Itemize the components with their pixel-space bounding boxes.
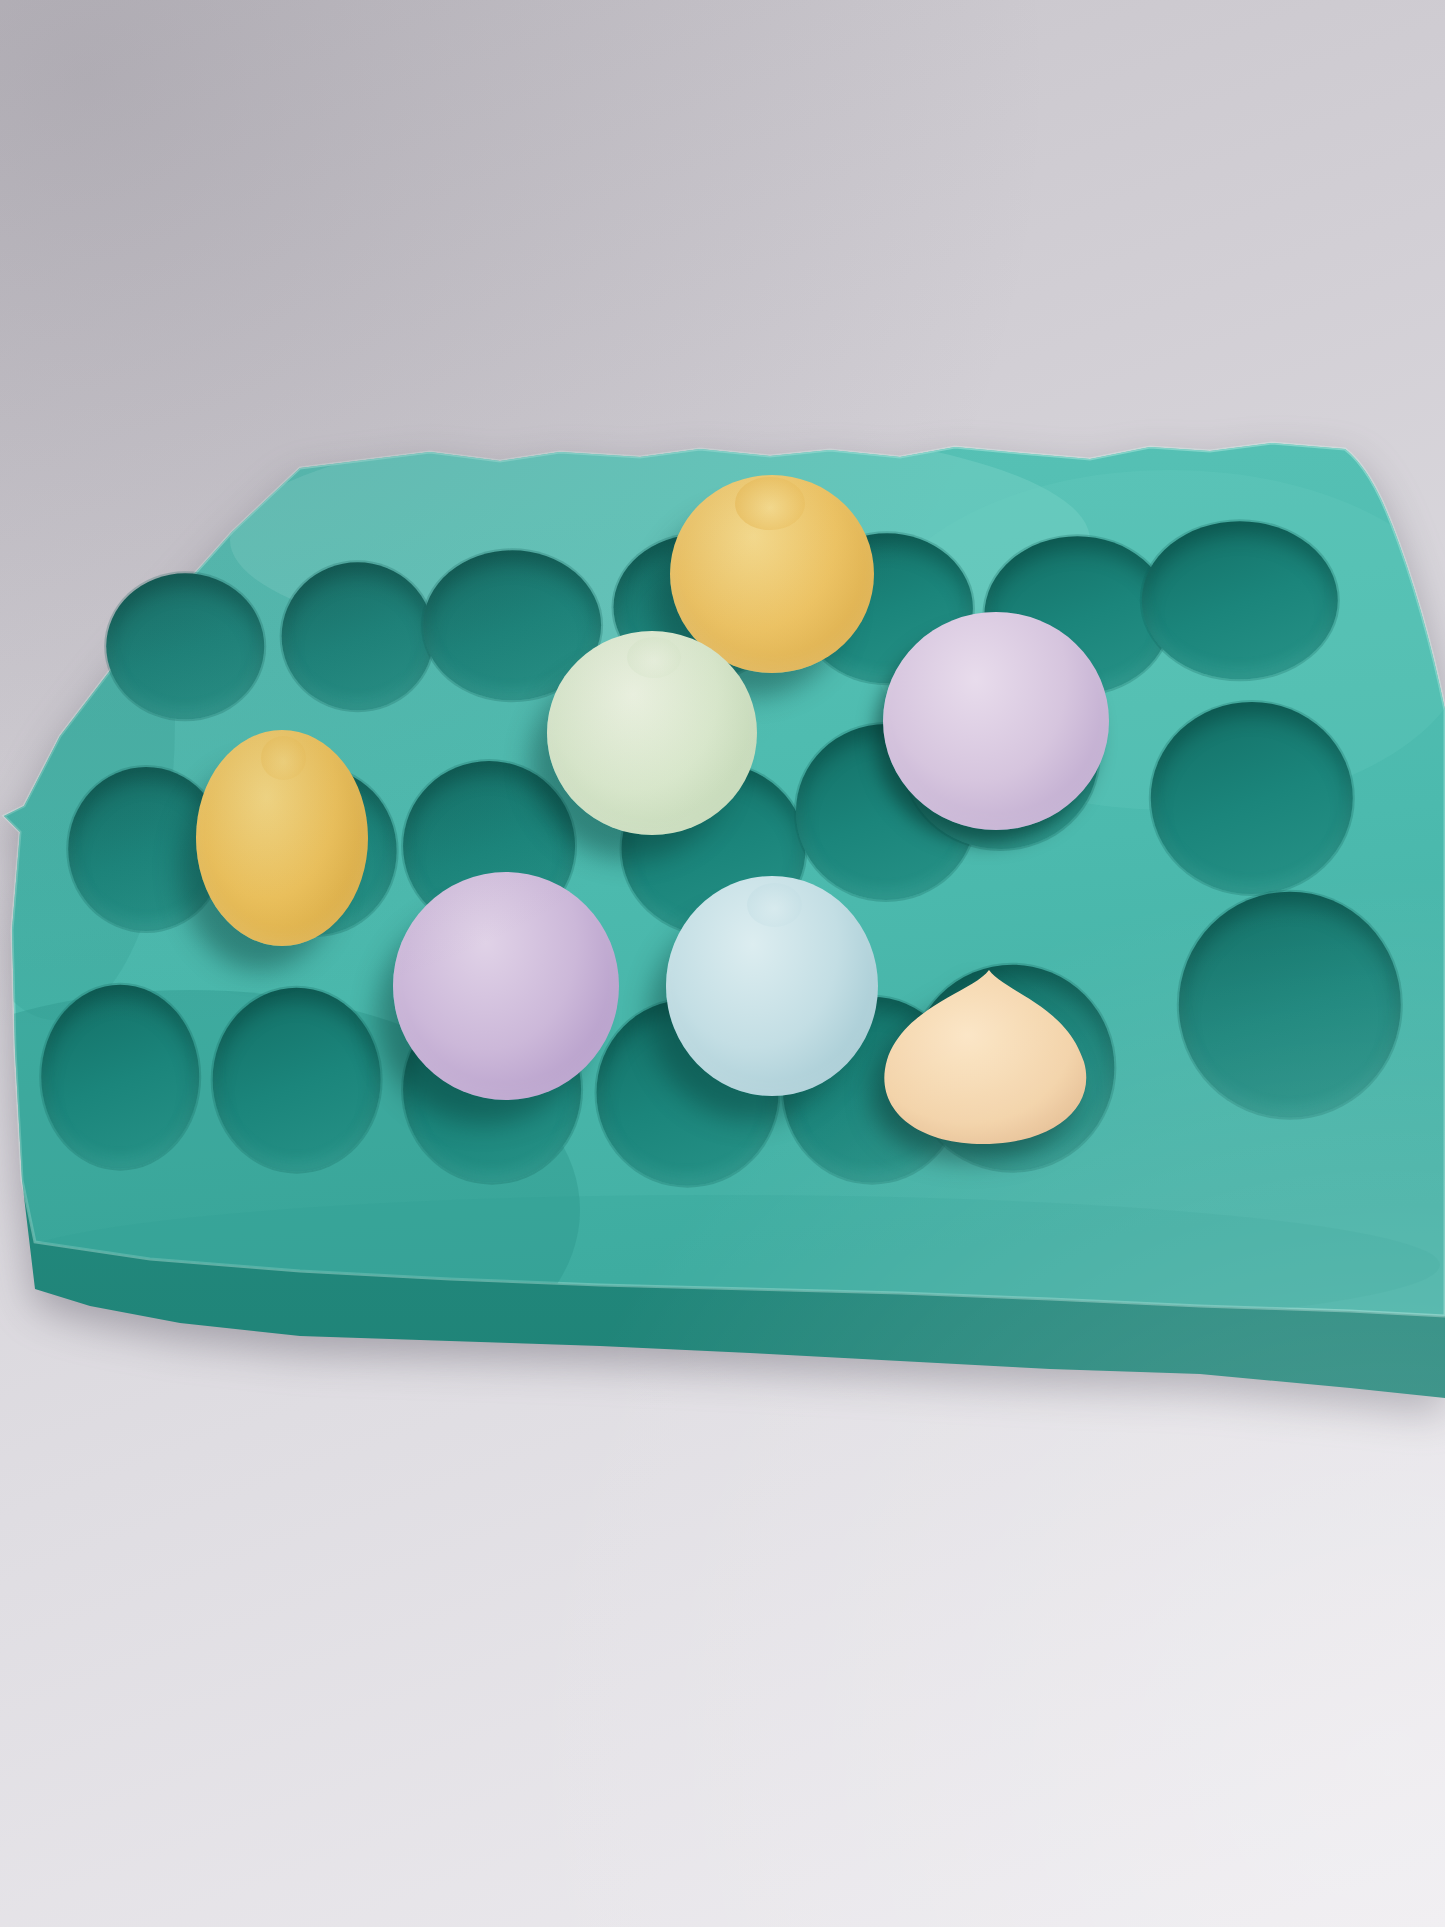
pieces-layer [0,0,1445,1927]
photo-stage [0,0,1445,1927]
candy-yellow-left-peak [261,736,306,779]
candy-blue [666,876,878,1096]
candy-peach-cone [871,966,1101,1148]
candy-green-center [547,631,757,835]
candy-yellow-left [196,730,368,946]
candy-yellow-top-peak [735,477,804,530]
candy-green-center-peak [627,637,682,678]
candy-blue-peak [747,883,802,927]
candy-peach-cone-body [871,966,1101,1148]
candy-lavender-right [883,612,1109,830]
candy-lavender-center [393,872,619,1100]
